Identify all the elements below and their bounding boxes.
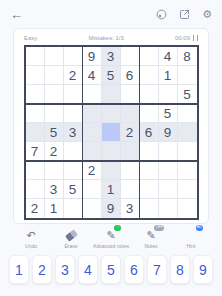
cell-r3c2[interactable]	[45, 85, 64, 104]
cell-r2c1[interactable]	[26, 66, 45, 85]
numpad-1[interactable]: 1	[9, 255, 29, 284]
cell-r4c7[interactable]	[140, 104, 159, 123]
cell-r6c4[interactable]	[83, 142, 102, 161]
hint-ad-badge: AD	[196, 225, 204, 231]
cell-r2c2[interactable]	[45, 66, 64, 85]
cell-r5c2[interactable]: 5	[45, 123, 64, 142]
hint-button[interactable]: AD Hint	[172, 229, 210, 249]
cell-r1c3[interactable]	[64, 47, 83, 66]
notes-off-badge: OFF	[154, 225, 164, 231]
cell-r6c1[interactable]: 7	[26, 142, 45, 161]
numpad-5[interactable]: 5	[101, 255, 121, 284]
timer: 00:09	[175, 35, 190, 41]
sudoku-board[interactable]: 93482456155532697223512193	[24, 45, 199, 220]
cell-r1c5[interactable]: 3	[102, 47, 121, 66]
cell-r8c6[interactable]	[121, 180, 140, 199]
cell-r7c4[interactable]: 2	[83, 161, 102, 180]
game-card: Easy Mistakes: 1/3 00:09 934824561555326…	[13, 28, 209, 224]
undo-label: Undo	[25, 243, 37, 249]
cell-r4c2[interactable]	[45, 104, 64, 123]
status-row: Easy Mistakes: 1/3 00:09	[14, 29, 208, 44]
numpad-6[interactable]: 6	[124, 255, 144, 284]
cell-r3c9[interactable]: 5	[178, 85, 197, 104]
cell-r9c4[interactable]	[83, 199, 102, 218]
cell-r3c6[interactable]	[121, 85, 140, 104]
cell-r8c8[interactable]	[159, 180, 178, 199]
cell-r7c2[interactable]	[45, 161, 64, 180]
numpad-4[interactable]: 4	[78, 255, 98, 284]
numpad-2[interactable]: 2	[32, 255, 52, 284]
cell-r5c9[interactable]	[178, 123, 197, 142]
cell-r6c3[interactable]	[64, 142, 83, 161]
cell-r2c8[interactable]: 1	[159, 66, 178, 85]
cell-r6c2[interactable]: 2	[45, 142, 64, 161]
cell-r8c7[interactable]	[140, 180, 159, 199]
cell-r2c4[interactable]: 4	[83, 66, 102, 85]
cell-r9c5[interactable]: 9	[102, 199, 121, 218]
cell-r1c7[interactable]	[140, 47, 159, 66]
numpad-7[interactable]: 7	[147, 255, 167, 284]
erase-label: Erase	[64, 243, 77, 249]
cell-r5c3[interactable]: 3	[64, 123, 83, 142]
advanced-notes-button[interactable]: ✎ ✓ Advanced notes	[92, 229, 130, 249]
pencil-icon: ✎	[106, 230, 115, 241]
fullscreen-icon[interactable]	[179, 9, 190, 20]
cell-r1c8[interactable]: 4	[159, 47, 178, 66]
cell-r5c4[interactable]	[83, 123, 102, 142]
cell-r7c1[interactable]	[26, 161, 45, 180]
eraser-icon	[65, 229, 78, 241]
hint-label: Hint	[187, 243, 196, 249]
cell-r7c3[interactable]	[64, 161, 83, 180]
pencil-icon: ✎	[146, 230, 155, 241]
cell-r1c6[interactable]	[121, 47, 140, 66]
cell-r3c3[interactable]	[64, 85, 83, 104]
cell-r8c1[interactable]	[26, 180, 45, 199]
cell-r9c3[interactable]	[64, 199, 83, 218]
back-button[interactable]: ←	[10, 8, 23, 21]
cell-r6c8[interactable]	[159, 142, 178, 161]
cell-r5c8[interactable]: 9	[159, 123, 178, 142]
cell-r7c6[interactable]	[121, 161, 140, 180]
cell-r7c8[interactable]	[159, 161, 178, 180]
numpad-8[interactable]: 8	[170, 255, 190, 284]
cell-r1c4[interactable]: 9	[83, 47, 102, 66]
theme-palette-icon[interactable]	[156, 9, 167, 20]
cell-r1c2[interactable]	[45, 47, 64, 66]
cell-r5c1[interactable]	[26, 123, 45, 142]
cell-r5c6[interactable]: 2	[121, 123, 140, 142]
advanced-notes-badge: ✓	[114, 225, 121, 231]
cell-r2c7[interactable]	[140, 66, 159, 85]
settings-gear-icon[interactable]: ⚙	[202, 9, 212, 20]
cell-r6c9[interactable]	[178, 142, 197, 161]
cell-r4c6[interactable]	[121, 104, 140, 123]
advanced-notes-label: Advanced notes	[93, 243, 129, 249]
cell-r9c7[interactable]	[140, 199, 159, 218]
cell-r3c8[interactable]	[159, 85, 178, 104]
undo-icon: ↶	[26, 230, 35, 241]
cell-r5c5[interactable]	[102, 123, 121, 142]
difficulty-label: Easy	[24, 35, 37, 41]
cell-r4c8[interactable]: 5	[159, 104, 178, 123]
cell-r8c9[interactable]	[178, 180, 197, 199]
number-pad: 123456789	[0, 255, 222, 284]
cell-r4c1[interactable]	[26, 104, 45, 123]
cell-r9c6[interactable]: 3	[121, 199, 140, 218]
numpad-3[interactable]: 3	[55, 255, 75, 284]
cell-r4c5[interactable]	[102, 104, 121, 123]
top-bar: ← ⚙	[0, 0, 222, 22]
erase-button[interactable]: Erase	[52, 229, 90, 249]
cell-r9c9[interactable]	[178, 199, 197, 218]
toolbar: ↶ Undo Erase ✎ ✓ Advanced notes ✎ OFF No…	[12, 229, 210, 249]
cell-r2c6[interactable]: 6	[121, 66, 140, 85]
cell-r3c5[interactable]	[102, 85, 121, 104]
cell-r9c2[interactable]: 1	[45, 199, 64, 218]
notes-label: Notes	[144, 243, 157, 249]
cell-r7c9[interactable]	[178, 161, 197, 180]
cell-r3c4[interactable]	[83, 85, 102, 104]
bulb-icon	[188, 230, 195, 240]
cell-r2c3[interactable]: 2	[64, 66, 83, 85]
notes-button[interactable]: ✎ OFF Notes	[132, 229, 170, 249]
cell-r6c5[interactable]	[102, 142, 121, 161]
cell-r9c1[interactable]: 2	[26, 199, 45, 218]
pause-icon[interactable]	[193, 35, 198, 41]
cell-r8c2[interactable]: 3	[45, 180, 64, 199]
cell-r2c5[interactable]: 5	[102, 66, 121, 85]
cell-r9c8[interactable]	[159, 199, 178, 218]
cell-r5c7[interactable]: 6	[140, 123, 159, 142]
cell-r8c5[interactable]: 1	[102, 180, 121, 199]
cell-r8c4[interactable]	[83, 180, 102, 199]
cell-r4c4[interactable]	[83, 104, 102, 123]
cell-r7c5[interactable]	[102, 161, 121, 180]
cell-r4c9[interactable]	[178, 104, 197, 123]
numpad-9[interactable]: 9	[193, 255, 213, 284]
cell-r7c7[interactable]	[140, 161, 159, 180]
mistakes-counter: Mistakes: 1/3	[88, 35, 123, 41]
cell-r1c9[interactable]: 8	[178, 47, 197, 66]
cell-r6c7[interactable]	[140, 142, 159, 161]
cell-r2c9[interactable]	[178, 66, 197, 85]
cell-r6c6[interactable]	[121, 142, 140, 161]
cell-r1c1[interactable]	[26, 47, 45, 66]
undo-button[interactable]: ↶ Undo	[12, 229, 50, 249]
cell-r3c1[interactable]	[26, 85, 45, 104]
cell-r8c3[interactable]: 5	[64, 180, 83, 199]
cell-r4c3[interactable]	[64, 104, 83, 123]
cell-r3c7[interactable]	[140, 85, 159, 104]
